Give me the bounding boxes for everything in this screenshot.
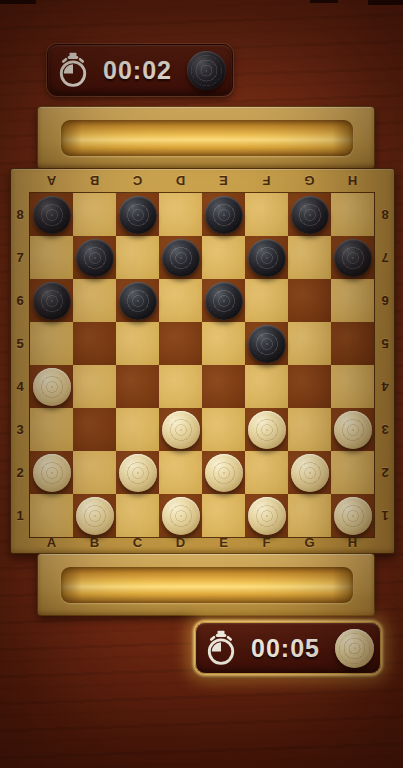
square-d2[interactable] [159,451,202,494]
square-b4[interactable] [73,365,116,408]
black-checker[interactable] [248,325,286,363]
square-e2[interactable] [202,451,245,494]
square-b8[interactable] [73,193,116,236]
square-c1[interactable] [116,494,159,537]
white-checker[interactable] [205,454,243,492]
white-checker[interactable] [33,368,71,406]
coordinate-label: H [331,532,374,553]
white-checker[interactable] [162,497,200,535]
square-h7[interactable] [331,236,374,279]
file-labels-top: ABCDEFGH [30,170,374,191]
stopwatch-icon [206,630,236,667]
coordinate-label: A [30,532,73,553]
coordinate-label: 6 [376,279,394,322]
square-h8[interactable] [331,193,374,236]
coordinate-label: 3 [376,408,394,451]
coordinate-label: H [331,170,374,191]
coordinate-label: 5 [376,322,394,365]
black-checker[interactable] [205,282,243,320]
square-d7[interactable] [159,236,202,279]
square-h2[interactable] [331,451,374,494]
coordinate-label: B [73,532,116,553]
black-checker[interactable] [162,239,200,277]
square-a6[interactable] [30,279,73,322]
white-checker[interactable] [33,454,71,492]
square-b5[interactable] [73,322,116,365]
square-f1[interactable] [245,494,288,537]
square-h3[interactable] [331,408,374,451]
coordinate-label: G [288,532,331,553]
square-d5[interactable] [159,322,202,365]
square-a1[interactable] [30,494,73,537]
square-f3[interactable] [245,408,288,451]
square-d6[interactable] [159,279,202,322]
square-h4[interactable] [331,365,374,408]
rank-labels-left: 87654321 [11,193,29,537]
tray-roll [61,567,353,603]
square-h1[interactable] [331,494,374,537]
square-c8[interactable] [116,193,159,236]
tray-roll [61,120,353,156]
white-checker[interactable] [119,454,157,492]
square-f2[interactable] [245,451,288,494]
board-grid [29,192,375,538]
coordinate-label: E [202,532,245,553]
square-g5[interactable] [288,322,331,365]
coordinate-label: E [202,170,245,191]
square-b3[interactable] [73,408,116,451]
coordinate-label: F [245,170,288,191]
square-b2[interactable] [73,451,116,494]
square-c6[interactable] [116,279,159,322]
white-timer-panel: 00:05 [195,622,381,674]
stopwatch-icon [58,52,88,89]
top-captured-tray [37,106,375,169]
white-checker[interactable] [334,497,372,535]
file-labels-bottom: ABCDEFGH [30,532,374,553]
square-d1[interactable] [159,494,202,537]
coordinate-label: D [159,170,202,191]
square-a7[interactable] [30,236,73,279]
coordinate-label: 7 [376,236,394,279]
black-checker[interactable] [76,239,114,277]
white-timer-time: 00:05 [236,634,335,663]
square-e1[interactable] [202,494,245,537]
square-e6[interactable] [202,279,245,322]
square-b6[interactable] [73,279,116,322]
black-checker[interactable] [33,282,71,320]
square-f5[interactable] [245,322,288,365]
square-f8[interactable] [245,193,288,236]
rank-labels-right: 87654321 [376,193,394,537]
square-g3[interactable] [288,408,331,451]
square-b7[interactable] [73,236,116,279]
square-e8[interactable] [202,193,245,236]
square-h5[interactable] [331,322,374,365]
coordinate-label: G [288,170,331,191]
coordinate-label: 8 [376,193,394,236]
square-g8[interactable] [288,193,331,236]
coordinate-label: B [73,170,116,191]
screen-edge-artifact [0,0,36,4]
coordinate-label: A [30,170,73,191]
coordinate-label: F [245,532,288,553]
square-b1[interactable] [73,494,116,537]
white-checker[interactable] [76,497,114,535]
square-f4[interactable] [245,365,288,408]
square-a4[interactable] [30,365,73,408]
square-a3[interactable] [30,408,73,451]
square-e3[interactable] [202,408,245,451]
black-checker[interactable] [205,196,243,234]
square-c2[interactable] [116,451,159,494]
square-d8[interactable] [159,193,202,236]
coordinate-label: 1 [11,494,29,537]
coordinate-label: 5 [11,322,29,365]
square-d4[interactable] [159,365,202,408]
square-f7[interactable] [245,236,288,279]
coordinate-label: 7 [11,236,29,279]
white-checker[interactable] [248,497,286,535]
square-g6[interactable] [288,279,331,322]
black-checker[interactable] [291,196,329,234]
square-c7[interactable] [116,236,159,279]
black-player-checker-badge [187,51,226,90]
square-e4[interactable] [202,365,245,408]
coordinate-label: C [116,532,159,553]
square-g2[interactable] [288,451,331,494]
coordinate-label: 4 [11,365,29,408]
coordinate-label: 4 [376,365,394,408]
square-g1[interactable] [288,494,331,537]
square-g4[interactable] [288,365,331,408]
coordinate-label: 2 [376,451,394,494]
coordinate-label: 6 [11,279,29,322]
board-frame: ABCDEFGH 87654321 87654321 ABCDEFGH [10,168,395,554]
coordinate-label: 2 [11,451,29,494]
square-h6[interactable] [331,279,374,322]
square-c4[interactable] [116,365,159,408]
black-timer-time: 00:02 [88,56,187,85]
black-timer-panel: 00:02 [47,44,233,96]
square-f6[interactable] [245,279,288,322]
square-c3[interactable] [116,408,159,451]
screen-edge-artifact [368,0,403,5]
coordinate-label: 1 [376,494,394,537]
black-checker[interactable] [119,196,157,234]
white-checker[interactable] [162,411,200,449]
coordinate-label: C [116,170,159,191]
white-player-checker-badge [335,629,374,668]
square-c5[interactable] [116,322,159,365]
square-g7[interactable] [288,236,331,279]
black-checker[interactable] [119,282,157,320]
square-a5[interactable] [30,322,73,365]
black-checker[interactable] [33,196,71,234]
square-e7[interactable] [202,236,245,279]
bottom-captured-tray [37,553,375,616]
black-checker[interactable] [334,239,372,277]
white-checker[interactable] [248,411,286,449]
square-a2[interactable] [30,451,73,494]
square-e5[interactable] [202,322,245,365]
checkers-app-screen: 00:02 ABCDEFGH 87654321 87654321 ABCDEFG… [0,0,403,768]
white-checker[interactable] [291,454,329,492]
coordinate-label: 3 [11,408,29,451]
coordinate-label: D [159,532,202,553]
coordinate-label: 8 [11,193,29,236]
black-checker[interactable] [248,239,286,277]
screen-edge-artifact [310,0,338,3]
white-checker[interactable] [334,411,372,449]
square-d3[interactable] [159,408,202,451]
square-a8[interactable] [30,193,73,236]
